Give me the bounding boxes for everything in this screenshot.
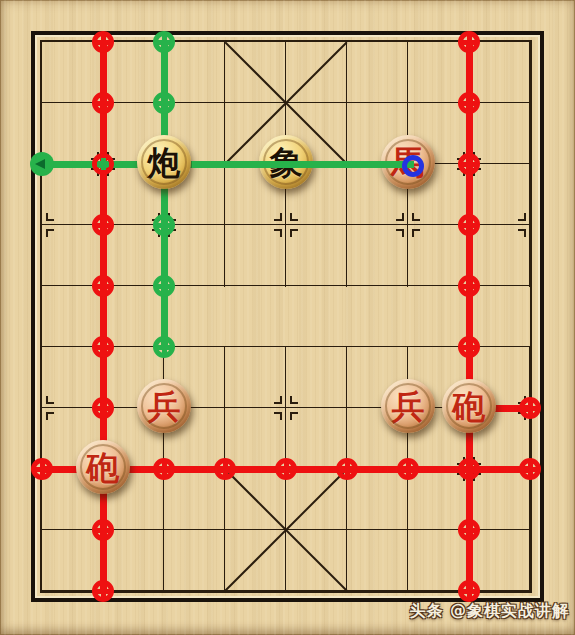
position-mark bbox=[396, 229, 404, 237]
move-marker-ring[interactable] bbox=[519, 397, 541, 419]
position-mark bbox=[46, 396, 54, 404]
marker-cross-v bbox=[101, 97, 106, 109]
piece-character: 砲 bbox=[453, 390, 486, 423]
move-marker-ring[interactable] bbox=[92, 153, 114, 175]
marker-cross-v bbox=[162, 36, 167, 48]
position-mark bbox=[290, 412, 298, 420]
move-marker-ring[interactable] bbox=[153, 458, 175, 480]
marker-cross-v bbox=[467, 280, 472, 292]
move-line-green bbox=[161, 42, 168, 347]
marker-cross-v bbox=[406, 463, 411, 475]
position-mark bbox=[274, 412, 282, 420]
move-marker-ring[interactable] bbox=[336, 458, 358, 480]
piece-character: 兵 bbox=[148, 390, 181, 423]
move-marker-ring[interactable] bbox=[153, 336, 175, 358]
move-marker-ring[interactable] bbox=[275, 458, 297, 480]
position-mark bbox=[46, 229, 54, 237]
marker-cross-v bbox=[223, 463, 228, 475]
piece-black-cannon[interactable]: 炮 bbox=[137, 135, 191, 189]
move-marker-ring[interactable] bbox=[92, 31, 114, 53]
move-marker-ring[interactable] bbox=[458, 153, 480, 175]
cursor-pointer-glyph bbox=[35, 159, 45, 169]
move-marker-ring[interactable] bbox=[458, 580, 480, 602]
move-marker-ring[interactable] bbox=[397, 458, 419, 480]
marker-cross-v bbox=[345, 463, 350, 475]
piece-red-cannon[interactable]: 砲 bbox=[76, 440, 130, 494]
marker-cross-v bbox=[528, 402, 533, 414]
position-mark bbox=[518, 229, 526, 237]
move-marker-ring[interactable] bbox=[214, 458, 236, 480]
position-mark bbox=[518, 213, 526, 221]
marker-cross-v bbox=[101, 402, 106, 414]
marker-cross-v bbox=[101, 585, 106, 597]
position-mark bbox=[274, 213, 282, 221]
move-marker-ring[interactable] bbox=[92, 275, 114, 297]
move-marker-ring[interactable] bbox=[458, 92, 480, 114]
position-mark bbox=[412, 229, 420, 237]
marker-cross-v bbox=[101, 36, 106, 48]
position-mark bbox=[290, 396, 298, 404]
marker-cross-v bbox=[162, 280, 167, 292]
position-mark bbox=[46, 412, 54, 420]
marker-cross-v bbox=[101, 524, 106, 536]
capture-target-ring[interactable] bbox=[402, 155, 424, 177]
marker-cross-v bbox=[467, 463, 472, 475]
position-mark bbox=[290, 229, 298, 237]
marker-cross-v bbox=[467, 341, 472, 353]
move-line-red bbox=[466, 42, 473, 591]
move-marker-ring[interactable] bbox=[458, 275, 480, 297]
marker-cross-v bbox=[162, 341, 167, 353]
position-mark bbox=[412, 213, 420, 221]
move-marker-ring[interactable] bbox=[458, 214, 480, 236]
marker-cross-v bbox=[101, 219, 106, 231]
position-mark bbox=[46, 213, 54, 221]
marker-cross-v bbox=[101, 158, 106, 170]
move-marker-ring[interactable] bbox=[458, 31, 480, 53]
piece-character: 兵 bbox=[392, 390, 425, 423]
marker-cross-v bbox=[467, 524, 472, 536]
marker-cross-v bbox=[467, 219, 472, 231]
piece-character: 炮 bbox=[148, 146, 181, 179]
move-marker-ring[interactable] bbox=[153, 214, 175, 236]
move-marker-ring[interactable] bbox=[153, 275, 175, 297]
move-marker-ring[interactable] bbox=[92, 214, 114, 236]
move-marker-ring[interactable] bbox=[153, 92, 175, 114]
marker-cross-v bbox=[162, 97, 167, 109]
move-marker-ring[interactable] bbox=[92, 580, 114, 602]
move-marker-ring[interactable] bbox=[153, 31, 175, 53]
move-marker-ring[interactable] bbox=[458, 519, 480, 541]
xiangqi-board-screenshot: 炮象馬兵兵砲砲 头条 @象棋实战讲解 bbox=[0, 0, 575, 635]
piece-character: 砲 bbox=[87, 451, 120, 484]
watermark-text: 头条 @象棋实战讲解 bbox=[409, 601, 569, 622]
hover-marker-disc[interactable] bbox=[30, 152, 54, 176]
capture-path-segment bbox=[192, 161, 414, 168]
move-marker-ring[interactable] bbox=[92, 336, 114, 358]
move-line-red bbox=[100, 42, 107, 591]
piece-red-soldier[interactable]: 兵 bbox=[137, 379, 191, 433]
move-marker-ring[interactable] bbox=[458, 336, 480, 358]
move-marker-ring[interactable] bbox=[92, 519, 114, 541]
position-mark bbox=[396, 213, 404, 221]
marker-cross-v bbox=[162, 463, 167, 475]
position-mark bbox=[274, 396, 282, 404]
position-mark bbox=[290, 213, 298, 221]
marker-cross-v bbox=[40, 463, 45, 475]
marker-cross-v bbox=[101, 341, 106, 353]
marker-cross-v bbox=[467, 585, 472, 597]
marker-cross-v bbox=[467, 36, 472, 48]
move-marker-ring[interactable] bbox=[92, 397, 114, 419]
marker-cross-v bbox=[284, 463, 289, 475]
position-mark bbox=[274, 229, 282, 237]
piece-red-cannon[interactable]: 砲 bbox=[442, 379, 496, 433]
marker-cross-v bbox=[467, 158, 472, 170]
move-marker-ring[interactable] bbox=[31, 458, 53, 480]
move-marker-ring[interactable] bbox=[92, 92, 114, 114]
move-marker-ring[interactable] bbox=[519, 458, 541, 480]
piece-red-soldier[interactable]: 兵 bbox=[381, 379, 435, 433]
move-marker-ring[interactable] bbox=[458, 458, 480, 480]
marker-cross-v bbox=[467, 97, 472, 109]
marker-cross-v bbox=[528, 463, 533, 475]
marker-cross-v bbox=[162, 219, 167, 231]
marker-cross-v bbox=[101, 280, 106, 292]
